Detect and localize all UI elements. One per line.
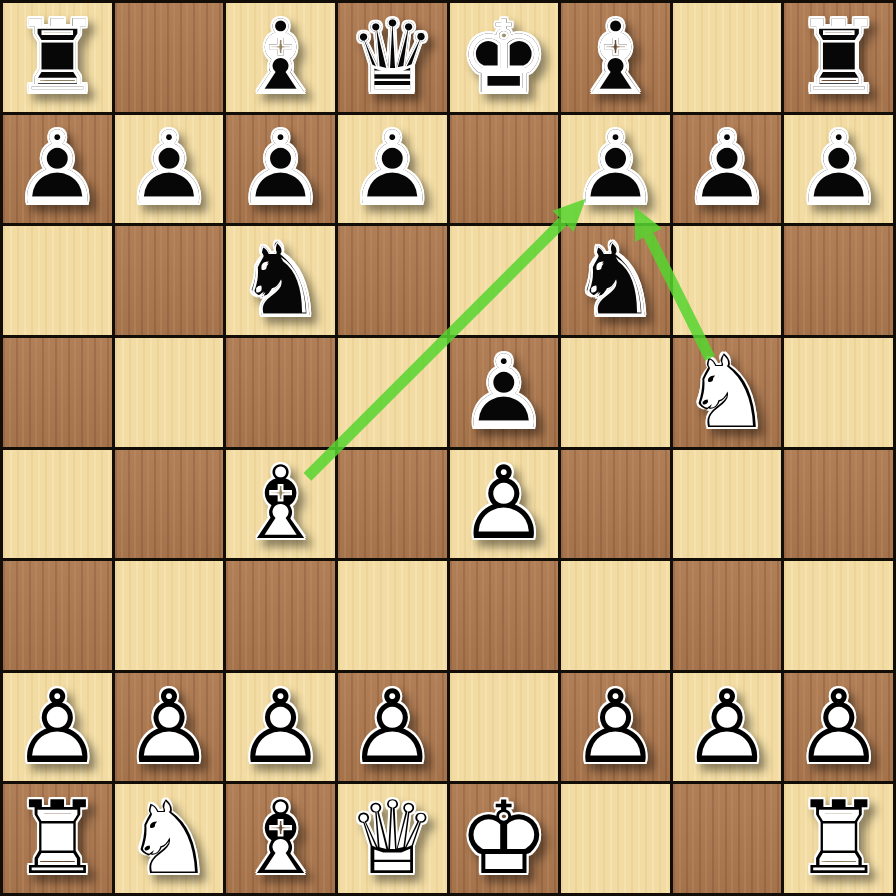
square-e4[interactable]: ♟♙ (450, 450, 559, 559)
square-g1[interactable] (673, 784, 782, 893)
square-g5[interactable]: ♞♘ (673, 338, 782, 447)
piece-black-pawn[interactable]: ♟♙ (682, 118, 773, 219)
square-b8[interactable] (115, 3, 224, 112)
square-c8[interactable]: ♝♗ (226, 3, 335, 112)
piece-black-knight[interactable]: ♞♘ (570, 230, 661, 331)
piece-white-pawn[interactable]: ♟♙ (347, 677, 438, 778)
square-g4[interactable] (673, 450, 782, 559)
square-b4[interactable] (115, 450, 224, 559)
piece-black-pawn[interactable]: ♟♙ (124, 118, 215, 219)
square-e1[interactable]: ♚♔ (450, 784, 559, 893)
square-c1[interactable]: ♝♗ (226, 784, 335, 893)
square-a1[interactable]: ♜♖ (3, 784, 112, 893)
square-a3[interactable] (3, 561, 112, 670)
square-e2[interactable] (450, 673, 559, 782)
piece-white-rook[interactable]: ♜♖ (12, 788, 103, 889)
square-f7[interactable]: ♟♙ (561, 115, 670, 224)
square-e5[interactable]: ♟♙ (450, 338, 559, 447)
square-d6[interactable] (338, 226, 447, 335)
piece-white-pawn[interactable]: ♟♙ (570, 677, 661, 778)
square-c2[interactable]: ♟♙ (226, 673, 335, 782)
piece-black-bishop[interactable]: ♝♗ (235, 7, 326, 108)
square-e7[interactable] (450, 115, 559, 224)
square-f1[interactable] (561, 784, 670, 893)
square-a6[interactable] (3, 226, 112, 335)
square-h4[interactable] (784, 450, 893, 559)
chess-board: ♜♖♝♗♛♕♚♔♝♗♜♖♟♙♟♙♟♙♟♙♟♙♟♙♟♙♞♘♞♘♟♙♞♘♝♗♟♙♟♙… (0, 0, 896, 896)
square-d8[interactable]: ♛♕ (338, 3, 447, 112)
square-f5[interactable] (561, 338, 670, 447)
piece-white-rook[interactable]: ♜♖ (793, 788, 884, 889)
square-e6[interactable] (450, 226, 559, 335)
square-a5[interactable] (3, 338, 112, 447)
square-g6[interactable] (673, 226, 782, 335)
square-a8[interactable]: ♜♖ (3, 3, 112, 112)
square-f8[interactable]: ♝♗ (561, 3, 670, 112)
square-a2[interactable]: ♟♙ (3, 673, 112, 782)
square-c4[interactable]: ♝♗ (226, 450, 335, 559)
square-h1[interactable]: ♜♖ (784, 784, 893, 893)
square-g3[interactable] (673, 561, 782, 670)
square-f3[interactable] (561, 561, 670, 670)
piece-white-pawn[interactable]: ♟♙ (12, 677, 103, 778)
square-f6[interactable]: ♞♘ (561, 226, 670, 335)
piece-white-knight[interactable]: ♞♘ (124, 788, 215, 889)
piece-black-pawn[interactable]: ♟♙ (793, 118, 884, 219)
piece-white-pawn[interactable]: ♟♙ (124, 677, 215, 778)
square-d1[interactable]: ♛♕ (338, 784, 447, 893)
piece-white-bishop[interactable]: ♝♗ (235, 453, 326, 554)
piece-black-pawn[interactable]: ♟♙ (235, 118, 326, 219)
square-d5[interactable] (338, 338, 447, 447)
square-h3[interactable] (784, 561, 893, 670)
square-b1[interactable]: ♞♘ (115, 784, 224, 893)
piece-black-king[interactable]: ♚♔ (459, 7, 550, 108)
square-f4[interactable] (561, 450, 670, 559)
piece-white-pawn[interactable]: ♟♙ (235, 677, 326, 778)
square-d3[interactable] (338, 561, 447, 670)
piece-white-pawn[interactable]: ♟♙ (459, 453, 550, 554)
piece-black-pawn[interactable]: ♟♙ (347, 118, 438, 219)
piece-white-pawn[interactable]: ♟♙ (793, 677, 884, 778)
square-d4[interactable] (338, 450, 447, 559)
piece-black-knight[interactable]: ♞♘ (235, 230, 326, 331)
piece-black-queen[interactable]: ♛♕ (347, 7, 438, 108)
piece-black-pawn[interactable]: ♟♙ (459, 342, 550, 443)
square-h6[interactable] (784, 226, 893, 335)
square-c7[interactable]: ♟♙ (226, 115, 335, 224)
square-b7[interactable]: ♟♙ (115, 115, 224, 224)
square-c6[interactable]: ♞♘ (226, 226, 335, 335)
square-g2[interactable]: ♟♙ (673, 673, 782, 782)
square-h5[interactable] (784, 338, 893, 447)
piece-white-bishop[interactable]: ♝♗ (235, 788, 326, 889)
board-squares: ♜♖♝♗♛♕♚♔♝♗♜♖♟♙♟♙♟♙♟♙♟♙♟♙♟♙♞♘♞♘♟♙♞♘♝♗♟♙♟♙… (0, 0, 896, 896)
square-h7[interactable]: ♟♙ (784, 115, 893, 224)
square-c3[interactable] (226, 561, 335, 670)
square-b2[interactable]: ♟♙ (115, 673, 224, 782)
square-e8[interactable]: ♚♔ (450, 3, 559, 112)
piece-white-pawn[interactable]: ♟♙ (682, 677, 773, 778)
square-a7[interactable]: ♟♙ (3, 115, 112, 224)
piece-white-knight[interactable]: ♞♘ (682, 342, 773, 443)
square-f2[interactable]: ♟♙ (561, 673, 670, 782)
piece-black-rook[interactable]: ♜♖ (793, 7, 884, 108)
square-d7[interactable]: ♟♙ (338, 115, 447, 224)
square-g7[interactable]: ♟♙ (673, 115, 782, 224)
piece-black-bishop[interactable]: ♝♗ (570, 7, 661, 108)
square-g8[interactable] (673, 3, 782, 112)
piece-black-pawn[interactable]: ♟♙ (570, 118, 661, 219)
piece-black-rook[interactable]: ♜♖ (12, 7, 103, 108)
square-d2[interactable]: ♟♙ (338, 673, 447, 782)
square-h8[interactable]: ♜♖ (784, 3, 893, 112)
piece-white-king[interactable]: ♚♔ (459, 788, 550, 889)
piece-white-queen[interactable]: ♛♕ (347, 788, 438, 889)
square-b3[interactable] (115, 561, 224, 670)
square-b6[interactable] (115, 226, 224, 335)
piece-black-pawn[interactable]: ♟♙ (12, 118, 103, 219)
square-b5[interactable] (115, 338, 224, 447)
square-h2[interactable]: ♟♙ (784, 673, 893, 782)
square-c5[interactable] (226, 338, 335, 447)
square-a4[interactable] (3, 450, 112, 559)
square-e3[interactable] (450, 561, 559, 670)
